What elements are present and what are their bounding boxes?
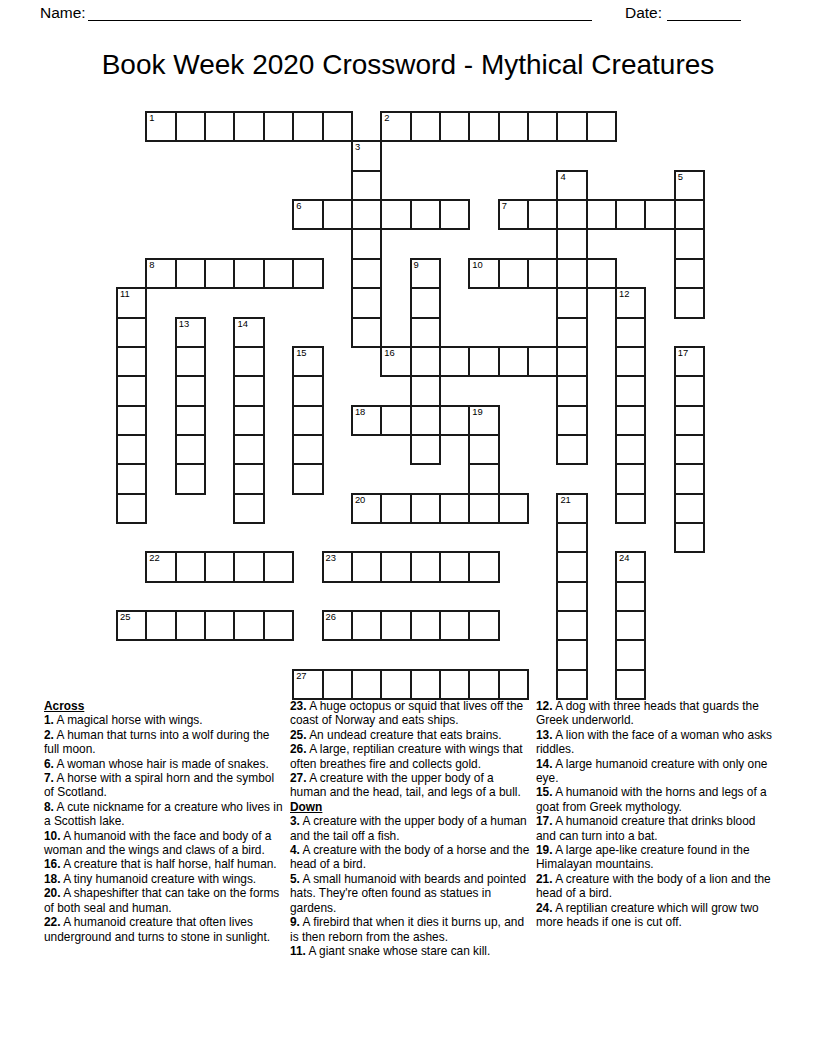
clue-number: 5. bbox=[290, 872, 300, 886]
grid-cell[interactable] bbox=[410, 375, 441, 406]
grid-cell[interactable] bbox=[556, 111, 587, 142]
clue-number: 10. bbox=[44, 829, 61, 843]
clue-number: 1. bbox=[44, 713, 54, 727]
clue-item: 20. A shapeshifter that can take on the … bbox=[44, 886, 284, 915]
cell-number: 12 bbox=[619, 289, 629, 300]
grid-cell[interactable]: 12 bbox=[615, 287, 646, 318]
grid-cell[interactable] bbox=[380, 405, 411, 436]
grid-cell[interactable] bbox=[351, 228, 382, 259]
cell-number: 1 bbox=[149, 113, 154, 124]
cell-number: 22 bbox=[149, 553, 159, 564]
grid-cell[interactable] bbox=[439, 610, 470, 641]
clue-number: 3. bbox=[290, 814, 300, 828]
grid-cell[interactable] bbox=[674, 522, 705, 553]
cell-number: 14 bbox=[237, 319, 247, 330]
clue-item: 19. A large ape-like creature found in t… bbox=[536, 843, 776, 872]
grid-cell[interactable] bbox=[410, 317, 441, 348]
clue-number: 13. bbox=[536, 728, 553, 742]
clue-number: 27. bbox=[290, 771, 307, 785]
grid-cell[interactable] bbox=[468, 551, 499, 582]
clue-text: A humanoid with the horns and legs of a … bbox=[536, 785, 767, 813]
clue-text: A creature with the body of a lion and t… bbox=[536, 872, 771, 900]
clue-number: 21. bbox=[536, 872, 553, 886]
grid-cell[interactable]: 26 bbox=[322, 610, 353, 641]
cell-number: 4 bbox=[560, 172, 565, 183]
cell-number: 8 bbox=[149, 260, 154, 271]
grid-cell[interactable] bbox=[292, 258, 323, 289]
grid-cell[interactable] bbox=[556, 317, 587, 348]
grid-cell[interactable] bbox=[615, 493, 646, 524]
grid-cell[interactable] bbox=[527, 199, 558, 230]
grid-cell[interactable] bbox=[175, 405, 206, 436]
grid-cell[interactable] bbox=[556, 610, 587, 641]
grid-cell[interactable] bbox=[556, 581, 587, 612]
grid-cell[interactable] bbox=[674, 405, 705, 436]
clue-text: A creature with the upper body of a huma… bbox=[290, 814, 527, 842]
grid-cell[interactable] bbox=[439, 551, 470, 582]
grid-cell[interactable] bbox=[615, 346, 646, 377]
clue-number: 16. bbox=[44, 857, 61, 871]
grid-cell[interactable] bbox=[263, 258, 294, 289]
grid-cell[interactable] bbox=[615, 610, 646, 641]
clue-item: 18. A tiny humanoid creature with wings. bbox=[44, 872, 284, 886]
grid-cell[interactable] bbox=[351, 258, 382, 289]
grid-cell[interactable] bbox=[615, 317, 646, 348]
grid-cell[interactable] bbox=[468, 346, 499, 377]
grid-cell[interactable] bbox=[439, 493, 470, 524]
grid-cell[interactable] bbox=[351, 287, 382, 318]
grid-cell[interactable] bbox=[674, 434, 705, 465]
cell-number: 6 bbox=[296, 201, 301, 212]
grid-cell[interactable] bbox=[468, 610, 499, 641]
grid-cell[interactable]: 18 bbox=[351, 405, 382, 436]
clue-number: 23. bbox=[290, 699, 307, 713]
clue-item: 11. A giant snake whose stare can kill. bbox=[290, 944, 530, 958]
grid-cell[interactable]: 23 bbox=[322, 551, 353, 582]
cell-number: 5 bbox=[678, 172, 683, 183]
grid-cell[interactable] bbox=[233, 111, 264, 142]
grid-cell[interactable] bbox=[556, 434, 587, 465]
grid-cell[interactable] bbox=[498, 493, 529, 524]
clue-text: A creature that is half horse, half huma… bbox=[61, 857, 277, 871]
grid-cell[interactable] bbox=[556, 346, 587, 377]
grid-cell[interactable] bbox=[556, 258, 587, 289]
grid-cell[interactable] bbox=[175, 610, 206, 641]
grid-cell[interactable] bbox=[351, 170, 382, 201]
grid-cell[interactable] bbox=[116, 346, 147, 377]
grid-cell[interactable] bbox=[410, 493, 441, 524]
grid-cell[interactable] bbox=[468, 669, 499, 700]
grid-cell[interactable] bbox=[233, 375, 264, 406]
grid-cell[interactable] bbox=[498, 258, 529, 289]
cell-number: 18 bbox=[355, 407, 365, 418]
clue-number: 26. bbox=[290, 742, 307, 756]
grid-cell[interactable] bbox=[410, 111, 441, 142]
grid-cell[interactable] bbox=[586, 199, 617, 230]
cell-number: 9 bbox=[414, 260, 419, 271]
grid-cell[interactable] bbox=[527, 346, 558, 377]
grid-cell[interactable] bbox=[351, 669, 382, 700]
grid-cell[interactable]: 15 bbox=[292, 346, 323, 377]
cell-number: 21 bbox=[560, 495, 570, 506]
clue-text: A dog with three heads that guards the G… bbox=[536, 699, 759, 727]
grid-cell[interactable] bbox=[116, 463, 147, 494]
grid-cell[interactable] bbox=[556, 522, 587, 553]
grid-cell[interactable] bbox=[204, 258, 235, 289]
clue-number: 11. bbox=[290, 944, 306, 958]
cell-number: 23 bbox=[326, 553, 336, 564]
clue-item: 2. A human that turns into a wolf during… bbox=[44, 728, 284, 757]
clue-item: 27. A creature with the upper body of a … bbox=[290, 771, 530, 800]
grid-cell[interactable] bbox=[175, 463, 206, 494]
grid-cell[interactable] bbox=[674, 287, 705, 318]
cell-number: 11 bbox=[120, 289, 130, 300]
clue-text: A large humanoid creature with only one … bbox=[536, 757, 767, 785]
cell-number: 24 bbox=[619, 553, 629, 564]
grid-cell[interactable] bbox=[556, 551, 587, 582]
clue-number: 14. bbox=[536, 757, 553, 771]
grid-cell[interactable] bbox=[292, 375, 323, 406]
clue-text: An undead creature that eats brains. bbox=[307, 728, 502, 742]
clue-number: 4. bbox=[290, 843, 300, 857]
page-title: Book Week 2020 Crossword - Mythical Crea… bbox=[0, 49, 816, 81]
clue-item: 22. A humanoid creature that often lives… bbox=[44, 915, 284, 944]
grid-cell[interactable] bbox=[498, 669, 529, 700]
grid-cell[interactable] bbox=[615, 463, 646, 494]
grid-cell[interactable] bbox=[586, 258, 617, 289]
grid-cell[interactable] bbox=[351, 199, 382, 230]
clue-text: A shapeshifter that can take on the form… bbox=[44, 886, 279, 914]
clue-text: A humanoid with the face and body of a w… bbox=[44, 829, 271, 857]
grid-cell[interactable] bbox=[468, 434, 499, 465]
clue-item: 8. A cute nickname for a creature who li… bbox=[44, 800, 284, 829]
grid-cell[interactable] bbox=[468, 463, 499, 494]
clue-item: 25. An undead creature that eats brains. bbox=[290, 728, 530, 742]
grid-cell[interactable] bbox=[292, 463, 323, 494]
clue-text: A lion with the face of a woman who asks… bbox=[536, 728, 772, 756]
clue-item: 17. A humanoid creature that drinks bloo… bbox=[536, 814, 776, 843]
grid-cell[interactable]: 1 bbox=[145, 111, 176, 142]
clue-text: A magical horse with wings. bbox=[54, 713, 203, 727]
grid-cell[interactable] bbox=[175, 346, 206, 377]
clue-text: A small humanoid with beards and pointed… bbox=[290, 872, 526, 915]
grid-cell[interactable] bbox=[615, 375, 646, 406]
grid-cell[interactable]: 10 bbox=[468, 258, 499, 289]
cell-number: 16 bbox=[384, 348, 394, 359]
grid-cell[interactable] bbox=[410, 199, 441, 230]
cell-number: 7 bbox=[502, 201, 507, 212]
grid-cell[interactable] bbox=[351, 317, 382, 348]
grid-cell[interactable] bbox=[556, 639, 587, 670]
grid-cell[interactable] bbox=[410, 610, 441, 641]
grid-cell[interactable] bbox=[233, 493, 264, 524]
cell-number: 15 bbox=[296, 348, 306, 359]
grid-cell[interactable] bbox=[615, 669, 646, 700]
grid-cell[interactable]: 19 bbox=[468, 405, 499, 436]
clue-item: 6. A woman whose hair is made of snakes. bbox=[44, 757, 284, 771]
clue-section: Across1. A magical horse with wings.2. A… bbox=[44, 699, 776, 958]
clue-item: 7. A horse with a spiral horn and the sy… bbox=[44, 771, 284, 800]
grid-cell[interactable] bbox=[116, 405, 147, 436]
clue-text: A giant snake whose stare can kill. bbox=[306, 944, 490, 958]
cell-number: 2 bbox=[384, 113, 389, 124]
grid-cell[interactable] bbox=[410, 346, 441, 377]
grid-cell[interactable]: 20 bbox=[351, 493, 382, 524]
clue-text: A firebird that when it dies it burns up… bbox=[290, 915, 524, 943]
clue-number: 12. bbox=[536, 699, 553, 713]
grid-cell[interactable] bbox=[556, 375, 587, 406]
grid-cell[interactable] bbox=[439, 669, 470, 700]
clues-column-3: 12. A dog with three heads that guards t… bbox=[536, 699, 776, 958]
clue-item: 12. A dog with three heads that guards t… bbox=[536, 699, 776, 728]
cell-number: 17 bbox=[678, 348, 688, 359]
grid-cell[interactable] bbox=[556, 199, 587, 230]
cell-number: 25 bbox=[120, 612, 130, 623]
clue-text: A horse with a spiral horn and the symbo… bbox=[44, 771, 274, 799]
grid-cell[interactable] bbox=[233, 346, 264, 377]
grid-cell[interactable]: 2 bbox=[380, 111, 411, 142]
grid-cell[interactable] bbox=[674, 493, 705, 524]
name-fill-line[interactable] bbox=[88, 4, 592, 21]
grid-cell[interactable] bbox=[556, 228, 587, 259]
grid-cell[interactable]: 21 bbox=[556, 493, 587, 524]
clue-text: A huge octopus or squid that lives off t… bbox=[290, 699, 523, 727]
worksheet-header: Name: Date: bbox=[40, 2, 776, 24]
grid-cell[interactable] bbox=[233, 405, 264, 436]
grid-cell[interactable]: 6 bbox=[292, 199, 323, 230]
clue-text: A large ape-like creature found in the H… bbox=[536, 843, 750, 871]
clue-number: 20. bbox=[44, 886, 61, 900]
grid-cell[interactable] bbox=[644, 199, 675, 230]
grid-cell[interactable] bbox=[292, 111, 323, 142]
grid-cell[interactable] bbox=[233, 434, 264, 465]
grid-cell[interactable]: 24 bbox=[615, 551, 646, 582]
grid-cell[interactable] bbox=[233, 258, 264, 289]
grid-cell[interactable] bbox=[380, 199, 411, 230]
grid-cell[interactable] bbox=[351, 551, 382, 582]
grid-cell[interactable] bbox=[410, 551, 441, 582]
clue-item: 26. A large, reptilian creature with win… bbox=[290, 742, 530, 771]
grid-cell[interactable]: 27 bbox=[292, 669, 323, 700]
grid-cell[interactable] bbox=[380, 493, 411, 524]
grid-cell[interactable] bbox=[145, 610, 176, 641]
date-label: Date: bbox=[625, 4, 662, 22]
clue-number: 22. bbox=[44, 915, 61, 929]
grid-cell[interactable] bbox=[380, 669, 411, 700]
grid-cell[interactable] bbox=[351, 610, 382, 641]
clue-number: 9. bbox=[290, 915, 300, 929]
grid-cell[interactable]: 7 bbox=[498, 199, 529, 230]
grid-cell[interactable] bbox=[674, 375, 705, 406]
grid-cell[interactable] bbox=[175, 375, 206, 406]
grid-cell[interactable]: 9 bbox=[410, 258, 441, 289]
crossword-worksheet: { "game": "crossword", "header": { "name… bbox=[0, 0, 816, 1056]
grid-cell[interactable] bbox=[292, 405, 323, 436]
clue-item: 4. A creature with the body of a horse a… bbox=[290, 843, 530, 872]
clue-text: A humanoid creature that often lives und… bbox=[44, 915, 270, 943]
name-label: Name: bbox=[40, 4, 86, 22]
clue-text: A creature with the body of a horse and … bbox=[290, 843, 529, 871]
cell-number: 20 bbox=[355, 495, 365, 506]
clue-item: 24. A reptilian creature which will grow… bbox=[536, 901, 776, 930]
clue-text: A creature with the upper body of a huma… bbox=[290, 771, 521, 799]
grid-cell[interactable] bbox=[380, 551, 411, 582]
grid-cell[interactable] bbox=[380, 610, 411, 641]
grid-cell[interactable] bbox=[292, 434, 323, 465]
date-fill-line[interactable] bbox=[667, 4, 741, 21]
grid-cell[interactable] bbox=[615, 581, 646, 612]
grid-cell[interactable] bbox=[439, 346, 470, 377]
clue-number: 7. bbox=[44, 771, 54, 785]
clue-number: 17. bbox=[536, 814, 553, 828]
grid-cell[interactable] bbox=[615, 405, 646, 436]
grid-cell[interactable]: 25 bbox=[116, 610, 147, 641]
grid-cell[interactable] bbox=[175, 551, 206, 582]
cell-number: 10 bbox=[472, 260, 482, 271]
grid-cell[interactable] bbox=[615, 199, 646, 230]
grid-cell[interactable]: 14 bbox=[233, 317, 264, 348]
clue-number: 18. bbox=[44, 872, 61, 886]
clue-text: A woman whose hair is made of snakes. bbox=[54, 757, 269, 771]
grid-cell[interactable] bbox=[556, 405, 587, 436]
clue-item: 14. A large humanoid creature with only … bbox=[536, 757, 776, 786]
clue-item: 15. A humanoid with the horns and legs o… bbox=[536, 785, 776, 814]
crossword-grid: 1267810161819202223252627345911121314151… bbox=[116, 111, 706, 701]
grid-cell[interactable] bbox=[439, 111, 470, 142]
grid-cell[interactable] bbox=[439, 405, 470, 436]
grid-cell[interactable]: 8 bbox=[145, 258, 176, 289]
grid-cell[interactable] bbox=[204, 551, 235, 582]
clue-item: 5. A small humanoid with beards and poin… bbox=[290, 872, 530, 915]
grid-cell[interactable]: 13 bbox=[175, 317, 206, 348]
grid-cell[interactable]: 3 bbox=[351, 140, 382, 171]
grid-cell[interactable] bbox=[322, 111, 353, 142]
grid-cell[interactable] bbox=[263, 111, 294, 142]
clue-item: 21. A creature with the body of a lion a… bbox=[536, 872, 776, 901]
grid-cell[interactable]: 16 bbox=[380, 346, 411, 377]
cell-number: 26 bbox=[326, 612, 336, 623]
cell-number: 27 bbox=[296, 671, 306, 682]
grid-cell[interactable] bbox=[410, 669, 441, 700]
grid-cell[interactable] bbox=[233, 551, 264, 582]
grid-cell[interactable] bbox=[674, 463, 705, 494]
clue-text: A humanoid creature that drinks blood an… bbox=[536, 814, 755, 842]
clue-text: A reptilian creature which will grow two… bbox=[536, 901, 759, 929]
grid-cell[interactable] bbox=[322, 669, 353, 700]
clue-text: A cute nickname for a creature who lives… bbox=[44, 800, 283, 828]
grid-cell[interactable] bbox=[556, 287, 587, 318]
grid-cell[interactable] bbox=[410, 405, 441, 436]
clue-text: A large, reptilian creature with wings t… bbox=[290, 742, 523, 770]
grid-cell[interactable]: 17 bbox=[674, 346, 705, 377]
grid-cell[interactable] bbox=[615, 639, 646, 670]
clue-number: 19. bbox=[536, 843, 553, 857]
clue-text: A tiny humanoid creature with wings. bbox=[61, 872, 257, 886]
grid-cell[interactable] bbox=[175, 258, 206, 289]
clue-number: 2. bbox=[44, 728, 54, 742]
grid-cell[interactable] bbox=[527, 258, 558, 289]
grid-cell[interactable] bbox=[175, 434, 206, 465]
grid-cell[interactable] bbox=[263, 610, 294, 641]
clue-number: 8. bbox=[44, 800, 54, 814]
grid-cell[interactable] bbox=[204, 610, 235, 641]
grid-cell[interactable]: 4 bbox=[556, 170, 587, 201]
clue-item: 1. A magical horse with wings. bbox=[44, 713, 284, 727]
grid-cell[interactable] bbox=[586, 111, 617, 142]
down-header: Down bbox=[290, 800, 530, 814]
grid-cell[interactable] bbox=[615, 434, 646, 465]
grid-cell[interactable] bbox=[175, 111, 206, 142]
clue-number: 24. bbox=[536, 901, 553, 915]
clue-number: 25. bbox=[290, 728, 307, 742]
grid-cell[interactable] bbox=[204, 111, 235, 142]
clue-item: 13. A lion with the face of a woman who … bbox=[536, 728, 776, 757]
clue-number: 15. bbox=[536, 785, 553, 799]
clue-item: 3. A creature with the upper body of a h… bbox=[290, 814, 530, 843]
grid-cell[interactable]: 22 bbox=[145, 551, 176, 582]
cell-number: 19 bbox=[472, 407, 482, 418]
clue-item: 10. A humanoid with the face and body of… bbox=[44, 829, 284, 858]
grid-cell[interactable] bbox=[674, 199, 705, 230]
grid-cell[interactable] bbox=[468, 111, 499, 142]
grid-cell[interactable] bbox=[498, 111, 529, 142]
grid-cell[interactable] bbox=[439, 199, 470, 230]
clue-item: 16. A creature that is half horse, half … bbox=[44, 857, 284, 871]
grid-cell[interactable]: 11 bbox=[116, 287, 147, 318]
cell-number: 13 bbox=[179, 319, 189, 330]
across-header: Across bbox=[44, 699, 284, 713]
grid-cell[interactable] bbox=[233, 463, 264, 494]
cell-number: 3 bbox=[355, 142, 360, 153]
grid-cell[interactable] bbox=[116, 493, 147, 524]
grid-cell[interactable] bbox=[468, 493, 499, 524]
grid-cell[interactable] bbox=[116, 375, 147, 406]
grid-cell[interactable] bbox=[233, 610, 264, 641]
grid-cell[interactable] bbox=[527, 111, 558, 142]
grid-cell[interactable] bbox=[498, 346, 529, 377]
grid-cell[interactable] bbox=[410, 434, 441, 465]
clues-column-1: Across1. A magical horse with wings.2. A… bbox=[44, 699, 284, 958]
grid-cell[interactable] bbox=[410, 287, 441, 318]
grid-cell[interactable] bbox=[322, 199, 353, 230]
clues-column-2: 23. A huge octopus or squid that lives o… bbox=[290, 699, 530, 958]
grid-cell[interactable] bbox=[674, 228, 705, 259]
grid-cell[interactable] bbox=[674, 258, 705, 289]
grid-cell[interactable] bbox=[556, 669, 587, 700]
grid-cell[interactable] bbox=[116, 317, 147, 348]
grid-cell[interactable] bbox=[263, 551, 294, 582]
clue-number: 6. bbox=[44, 757, 54, 771]
grid-cell[interactable] bbox=[116, 434, 147, 465]
clue-item: 9. A firebird that when it dies it burns… bbox=[290, 915, 530, 944]
grid-cell[interactable]: 5 bbox=[674, 170, 705, 201]
clue-item: 23. A huge octopus or squid that lives o… bbox=[290, 699, 530, 728]
clue-text: A human that turns into a wolf during th… bbox=[44, 728, 269, 756]
